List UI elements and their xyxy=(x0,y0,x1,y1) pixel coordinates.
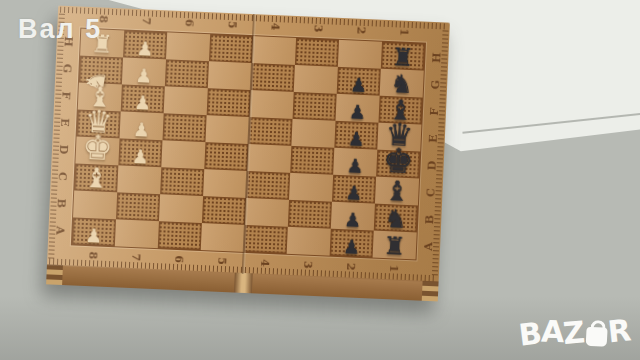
rank-label-5: 5 xyxy=(211,239,233,283)
file-label-H: H xyxy=(422,46,450,69)
logo-letter-Z: Z xyxy=(562,317,585,349)
file-label-D: D xyxy=(50,137,78,161)
rank-label-3: 3 xyxy=(297,243,319,287)
square-B3[interactable] xyxy=(288,200,332,229)
square-B4[interactable] xyxy=(245,198,289,227)
rank-label-6: 6 xyxy=(178,1,201,45)
square-B8[interactable] xyxy=(73,190,117,219)
square-G8[interactable]: ♞ xyxy=(79,56,123,85)
chess-piece-wK-D8[interactable]: ♚ xyxy=(82,132,114,164)
box-joint-right xyxy=(422,281,439,302)
file-label-B: B xyxy=(415,208,443,231)
chess-piece-wP-A8[interactable]: ♟ xyxy=(85,227,103,245)
file-label-A: A xyxy=(46,218,74,242)
square-B7[interactable] xyxy=(116,192,160,221)
shopping-bag-icon xyxy=(586,327,608,347)
chess-piece-bB-C1[interactable]: ♝ xyxy=(384,179,409,204)
logo-letter-R: R xyxy=(606,315,631,347)
rank-label-5: 5 xyxy=(221,3,244,47)
chess-piece-wP-H7[interactable]: ♟ xyxy=(136,40,154,58)
square-F6[interactable] xyxy=(164,86,208,115)
square-B1[interactable]: ♞ xyxy=(374,204,418,233)
square-B5[interactable] xyxy=(202,196,246,225)
square-D7[interactable]: ♟ xyxy=(118,138,162,167)
square-C8[interactable]: ♝ xyxy=(74,163,118,192)
file-label-F: F xyxy=(420,100,448,123)
file-label-G: G xyxy=(53,56,81,80)
square-A2[interactable]: ♟ xyxy=(330,229,374,258)
chess-piece-bP-E2[interactable]: ♟ xyxy=(347,130,365,148)
chess-piece-bR-H1[interactable]: ♜ xyxy=(391,46,414,69)
square-C4[interactable] xyxy=(246,171,290,200)
chess-piece-bN-G1[interactable]: ♞ xyxy=(390,73,413,96)
square-E3[interactable] xyxy=(291,119,335,148)
square-G5[interactable] xyxy=(208,61,252,90)
rank-label-4: 4 xyxy=(254,241,276,285)
square-C7[interactable] xyxy=(117,165,161,194)
chess-piece-bP-G2[interactable]: ♟ xyxy=(350,76,368,94)
square-D2[interactable]: ♟ xyxy=(333,148,377,177)
square-E5[interactable] xyxy=(205,115,249,144)
file-label-B: B xyxy=(47,191,75,215)
square-E7[interactable]: ♟ xyxy=(120,111,164,140)
square-C1[interactable]: ♝ xyxy=(375,177,419,206)
rank-label-3: 3 xyxy=(307,6,330,50)
chess-piece-wP-D7[interactable]: ♟ xyxy=(131,148,149,166)
file-label-C: C xyxy=(417,181,445,204)
square-D8[interactable]: ♚ xyxy=(75,137,119,166)
logo-letter-B: B xyxy=(517,318,542,350)
chess-piece-wP-G7[interactable]: ♟ xyxy=(135,67,153,85)
square-F2[interactable]: ♟ xyxy=(336,94,380,123)
square-F4[interactable] xyxy=(250,90,294,119)
square-G1[interactable]: ♞ xyxy=(380,69,424,98)
rank-label-7: 7 xyxy=(125,235,147,279)
file-label-E: E xyxy=(419,127,447,150)
chess-piece-bP-C2[interactable]: ♟ xyxy=(345,184,363,202)
square-C2[interactable]: ♟ xyxy=(332,175,376,204)
file-label-C: C xyxy=(48,164,76,188)
square-G3[interactable] xyxy=(294,65,338,94)
box-joint-left xyxy=(46,264,63,285)
square-F7[interactable]: ♟ xyxy=(121,84,165,113)
chess-piece-bP-B2[interactable]: ♟ xyxy=(344,211,362,229)
square-B2[interactable]: ♟ xyxy=(331,202,375,231)
square-A8[interactable]: ♟ xyxy=(72,217,116,246)
square-E2[interactable]: ♟ xyxy=(334,121,378,150)
rank-label-4: 4 xyxy=(264,5,287,49)
rank-label-6: 6 xyxy=(168,237,190,281)
listing-title: Вал 5 xyxy=(18,14,102,45)
chess-piece-bP-A2[interactable]: ♟ xyxy=(343,238,361,256)
board-top-face: 87654321 87654321 HGFEDCBA HGFEDCBA ♜♟♜♞… xyxy=(47,6,450,283)
chess-piece-bP-F2[interactable]: ♟ xyxy=(349,103,367,121)
logo-letter-A: A xyxy=(540,316,563,347)
square-G4[interactable] xyxy=(251,63,295,92)
hinge-seam xyxy=(234,273,253,294)
square-F3[interactable] xyxy=(293,92,337,121)
file-label-F: F xyxy=(52,83,80,107)
chess-piece-wP-E7[interactable]: ♟ xyxy=(133,121,151,139)
square-H1[interactable]: ♜ xyxy=(381,42,425,71)
chessboard: 87654321 87654321 HGFEDCBA HGFEDCBA ♜♟♜♞… xyxy=(46,6,450,302)
square-A1[interactable]: ♜ xyxy=(373,231,417,260)
square-D3[interactable] xyxy=(290,146,334,175)
square-C5[interactable] xyxy=(203,169,247,198)
square-D5[interactable] xyxy=(204,142,248,171)
chess-piece-bR-A1[interactable]: ♜ xyxy=(383,235,406,258)
square-F5[interactable] xyxy=(207,88,251,117)
square-D6[interactable] xyxy=(161,140,205,169)
file-label-G: G xyxy=(421,73,449,96)
square-D4[interactable] xyxy=(247,144,291,173)
square-E6[interactable] xyxy=(162,113,206,142)
chess-piece-wB-C8[interactable]: ♝ xyxy=(84,166,109,191)
square-B6[interactable] xyxy=(159,194,203,223)
square-E4[interactable] xyxy=(248,117,292,146)
square-C3[interactable] xyxy=(289,173,333,202)
file-label-A: A xyxy=(414,235,442,258)
chess-piece-bK-D1[interactable]: ♚ xyxy=(382,145,414,177)
square-C6[interactable] xyxy=(160,167,204,196)
square-G7[interactable]: ♟ xyxy=(122,57,166,86)
chess-piece-bP-D2[interactable]: ♟ xyxy=(346,157,364,175)
file-label-E: E xyxy=(51,110,79,134)
file-labels-right: HGFEDCBA xyxy=(417,44,448,261)
chess-piece-bN-B1[interactable]: ♞ xyxy=(384,208,407,231)
square-G6[interactable] xyxy=(165,59,209,88)
rank-label-2: 2 xyxy=(350,8,373,52)
square-D1[interactable]: ♚ xyxy=(376,150,420,179)
file-label-D: D xyxy=(418,154,446,177)
bazar-logo: BAZR xyxy=(519,316,631,350)
square-G2[interactable]: ♟ xyxy=(337,67,381,96)
chess-piece-wP-F7[interactable]: ♟ xyxy=(134,94,152,112)
